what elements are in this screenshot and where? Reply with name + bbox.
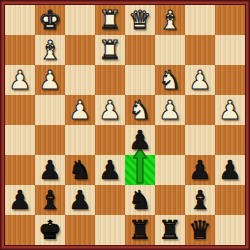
square-b7[interactable]: ♝ xyxy=(185,185,215,215)
square-e5[interactable] xyxy=(95,125,125,155)
square-a7[interactable] xyxy=(215,185,245,215)
square-h6[interactable] xyxy=(5,155,35,185)
white-pawn-c4[interactable]: ♟ xyxy=(158,95,181,125)
square-b8[interactable]: ♛ xyxy=(185,215,215,245)
square-b6[interactable]: ♟ xyxy=(185,155,215,185)
square-e2[interactable]: ♜ xyxy=(95,35,125,65)
square-e7[interactable] xyxy=(95,185,125,215)
black-pawn-b6[interactable]: ♟ xyxy=(188,155,211,185)
white-bishop-c1[interactable]: ♝ xyxy=(158,5,181,35)
black-rook-c8[interactable]: ♜ xyxy=(158,215,181,245)
square-d4[interactable]: ♞ xyxy=(125,95,155,125)
white-queen-d1[interactable]: ♛ xyxy=(128,5,151,35)
square-h4[interactable] xyxy=(5,95,35,125)
square-b4[interactable] xyxy=(185,95,215,125)
square-a3[interactable] xyxy=(215,65,245,95)
square-e6[interactable]: ♟ xyxy=(95,155,125,185)
white-pawn-g3[interactable]: ♟ xyxy=(38,65,61,95)
square-c5[interactable] xyxy=(155,125,185,155)
black-pawn-e6[interactable]: ♟ xyxy=(98,155,121,185)
black-pawn-f7[interactable]: ♟ xyxy=(68,185,91,215)
black-pawn-h7[interactable]: ♟ xyxy=(8,185,31,215)
black-knight-d7[interactable]: ♞ xyxy=(128,185,151,215)
square-b3[interactable]: ♟ xyxy=(185,65,215,95)
square-f4[interactable]: ♟ xyxy=(65,95,95,125)
square-h2[interactable] xyxy=(5,35,35,65)
square-f5[interactable] xyxy=(65,125,95,155)
white-knight-c3[interactable]: ♞ xyxy=(158,65,181,95)
square-h7[interactable]: ♟ xyxy=(5,185,35,215)
black-rook-d8[interactable]: ♜ xyxy=(128,215,151,245)
black-pawn-d5[interactable]: ♟ xyxy=(128,125,151,155)
white-pawn-e4[interactable]: ♟ xyxy=(98,95,121,125)
square-g7[interactable]: ♝ xyxy=(35,185,65,215)
white-pawn-a4[interactable]: ♟ xyxy=(218,95,241,125)
square-d7[interactable]: ♞ xyxy=(125,185,155,215)
white-king-g1[interactable]: ♚ xyxy=(38,5,61,35)
square-f7[interactable]: ♟ xyxy=(65,185,95,215)
highlighted-square-d6[interactable] xyxy=(125,155,155,185)
white-rook-e2[interactable]: ♜ xyxy=(98,35,121,65)
square-e8[interactable] xyxy=(95,215,125,245)
white-knight-d4[interactable]: ♞ xyxy=(128,95,151,125)
white-pawn-b3[interactable]: ♟ xyxy=(188,65,211,95)
square-a6[interactable]: ♟ xyxy=(215,155,245,185)
square-c1[interactable]: ♝ xyxy=(155,5,185,35)
square-d3[interactable] xyxy=(125,65,155,95)
square-g6[interactable]: ♟ xyxy=(35,155,65,185)
square-d1[interactable]: ♛ xyxy=(125,5,155,35)
square-a5[interactable] xyxy=(215,125,245,155)
square-f2[interactable] xyxy=(65,35,95,65)
square-e4[interactable]: ♟ xyxy=(95,95,125,125)
black-king-g8[interactable]: ♚ xyxy=(38,215,61,245)
chess-app: ♚♜♛♝♝♜♟♟♞♟♟♟♞♟♟♟♟♞♟♟♟♟♝♟♞♝♚♜♜♛ xyxy=(0,0,250,250)
chess-board: ♚♜♛♝♝♜♟♟♞♟♟♟♞♟♟♟♟♞♟♟♟♟♝♟♞♝♚♜♜♛ xyxy=(5,5,245,245)
square-f3[interactable] xyxy=(65,65,95,95)
white-pawn-f4[interactable]: ♟ xyxy=(68,95,91,125)
white-pawn-h3[interactable]: ♟ xyxy=(8,65,31,95)
square-g3[interactable]: ♟ xyxy=(35,65,65,95)
square-f1[interactable] xyxy=(65,5,95,35)
square-a2[interactable] xyxy=(215,35,245,65)
square-h3[interactable]: ♟ xyxy=(5,65,35,95)
black-bishop-b7[interactable]: ♝ xyxy=(188,185,211,215)
square-b5[interactable] xyxy=(185,125,215,155)
board-frame: ♚♜♛♝♝♜♟♟♞♟♟♟♞♟♟♟♟♞♟♟♟♟♝♟♞♝♚♜♜♛ xyxy=(0,0,250,250)
square-c3[interactable]: ♞ xyxy=(155,65,185,95)
square-h8[interactable] xyxy=(5,215,35,245)
black-pawn-a6[interactable]: ♟ xyxy=(218,155,241,185)
square-c7[interactable] xyxy=(155,185,185,215)
white-bishop-g2[interactable]: ♝ xyxy=(38,35,61,65)
square-f8[interactable] xyxy=(65,215,95,245)
square-c4[interactable]: ♟ xyxy=(155,95,185,125)
square-h5[interactable] xyxy=(5,125,35,155)
square-a1[interactable] xyxy=(215,5,245,35)
square-a4[interactable]: ♟ xyxy=(215,95,245,125)
black-bishop-g7[interactable]: ♝ xyxy=(38,185,61,215)
square-g4[interactable] xyxy=(35,95,65,125)
square-c2[interactable] xyxy=(155,35,185,65)
square-g1[interactable]: ♚ xyxy=(35,5,65,35)
square-e3[interactable] xyxy=(95,65,125,95)
black-queen-b8[interactable]: ♛ xyxy=(188,215,211,245)
white-rook-e1[interactable]: ♜ xyxy=(98,5,121,35)
square-b1[interactable] xyxy=(185,5,215,35)
black-pawn-g6[interactable]: ♟ xyxy=(38,155,61,185)
square-f6[interactable]: ♞ xyxy=(65,155,95,185)
square-h1[interactable] xyxy=(5,5,35,35)
square-d5[interactable]: ♟ xyxy=(125,125,155,155)
square-g5[interactable] xyxy=(35,125,65,155)
black-knight-f6[interactable]: ♞ xyxy=(68,155,91,185)
square-g2[interactable]: ♝ xyxy=(35,35,65,65)
square-c8[interactable]: ♜ xyxy=(155,215,185,245)
square-g8[interactable]: ♚ xyxy=(35,215,65,245)
square-d8[interactable]: ♜ xyxy=(125,215,155,245)
square-b2[interactable] xyxy=(185,35,215,65)
square-c6[interactable] xyxy=(155,155,185,185)
square-a8[interactable] xyxy=(215,215,245,245)
square-d2[interactable] xyxy=(125,35,155,65)
square-e1[interactable]: ♜ xyxy=(95,5,125,35)
